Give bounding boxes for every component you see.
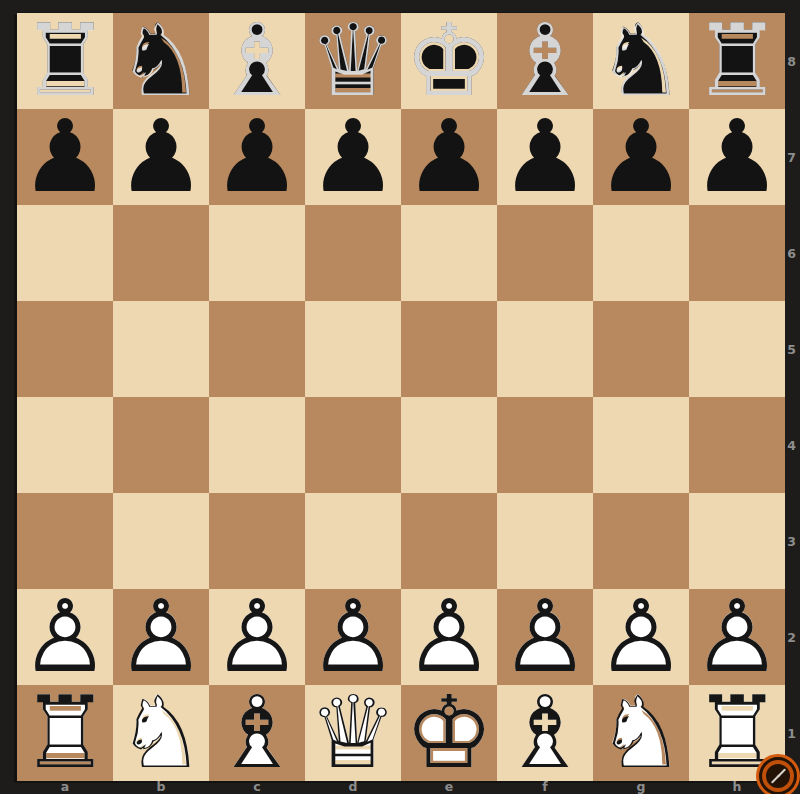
- piece-black-pawn[interactable]: ♟: [497, 109, 593, 205]
- piece-glyph-outline: ♔: [401, 13, 497, 109]
- square-b8[interactable]: ♞♘: [113, 13, 209, 109]
- square-f3[interactable]: [497, 493, 593, 589]
- piece-white-king[interactable]: ♚♔: [401, 685, 497, 781]
- piece-white-pawn[interactable]: ♟♙: [497, 589, 593, 685]
- file-label-b: b: [113, 780, 209, 794]
- piece-glyph-outline: ♖: [17, 685, 113, 781]
- square-d5[interactable]: [305, 301, 401, 397]
- piece-black-pawn[interactable]: ♟: [689, 109, 785, 205]
- page: { "game": "chess", "position": { "fen": …: [0, 0, 800, 794]
- piece-white-bishop[interactable]: ♝♗: [209, 685, 305, 781]
- piece-glyph-outline: ♕: [305, 685, 401, 781]
- piece-glyph-fill: ♟: [305, 109, 401, 205]
- file-label-c: c: [209, 780, 305, 794]
- file-label-g: g: [593, 780, 689, 794]
- rank-label-4: 4: [783, 397, 800, 493]
- rank-label-6: 6: [783, 205, 800, 301]
- square-h2[interactable]: ♟♙: [689, 589, 785, 685]
- piece-white-pawn[interactable]: ♟♙: [209, 589, 305, 685]
- square-f8[interactable]: ♝♗: [497, 13, 593, 109]
- piece-white-queen[interactable]: ♛♕: [305, 685, 401, 781]
- piece-glyph-fill: ♟: [113, 109, 209, 205]
- piece-glyph-outline: ♙: [689, 589, 785, 685]
- rank-coordinates: 87654321: [783, 13, 800, 781]
- piece-glyph-outline: ♙: [497, 589, 593, 685]
- piece-glyph-outline: ♙: [305, 589, 401, 685]
- file-label-f: f: [497, 780, 593, 794]
- piece-white-pawn[interactable]: ♟♙: [401, 589, 497, 685]
- square-f1[interactable]: ♝♗: [497, 685, 593, 781]
- square-a4[interactable]: [17, 397, 113, 493]
- square-c6[interactable]: [209, 205, 305, 301]
- piece-black-bishop[interactable]: ♝♗: [209, 13, 305, 109]
- piece-white-pawn[interactable]: ♟♙: [689, 589, 785, 685]
- square-e7[interactable]: ♟: [401, 109, 497, 205]
- square-d2[interactable]: ♟♙: [305, 589, 401, 685]
- square-e5[interactable]: [401, 301, 497, 397]
- square-d8[interactable]: ♛♕: [305, 13, 401, 109]
- square-g8[interactable]: ♞♘: [593, 13, 689, 109]
- piece-black-pawn[interactable]: ♟: [17, 109, 113, 205]
- piece-black-knight[interactable]: ♞♘: [113, 13, 209, 109]
- piece-glyph-outline: ♖: [689, 13, 785, 109]
- rank-label-7: 7: [783, 109, 800, 205]
- piece-white-knight[interactable]: ♞♘: [113, 685, 209, 781]
- square-d3[interactable]: [305, 493, 401, 589]
- square-g2[interactable]: ♟♙: [593, 589, 689, 685]
- square-b5[interactable]: [113, 301, 209, 397]
- piece-glyph-outline: ♙: [113, 589, 209, 685]
- square-h6[interactable]: [689, 205, 785, 301]
- piece-white-bishop[interactable]: ♝♗: [497, 685, 593, 781]
- piece-white-pawn[interactable]: ♟♙: [593, 589, 689, 685]
- square-b6[interactable]: [113, 205, 209, 301]
- piece-glyph-fill: ♟: [401, 109, 497, 205]
- piece-white-knight[interactable]: ♞♘: [593, 685, 689, 781]
- piece-black-pawn[interactable]: ♟: [113, 109, 209, 205]
- piece-glyph-fill: ♟: [17, 109, 113, 205]
- square-f2[interactable]: ♟♙: [497, 589, 593, 685]
- piece-glyph-outline: ♘: [593, 685, 689, 781]
- piece-white-pawn[interactable]: ♟♙: [113, 589, 209, 685]
- piece-glyph-outline: ♗: [209, 13, 305, 109]
- square-g6[interactable]: [593, 205, 689, 301]
- file-coordinates: abcdefgh: [17, 780, 785, 794]
- piece-glyph-fill: ♟: [497, 109, 593, 205]
- square-e4[interactable]: [401, 397, 497, 493]
- piece-glyph-outline: ♗: [209, 685, 305, 781]
- square-c1[interactable]: ♝♗: [209, 685, 305, 781]
- square-e3[interactable]: [401, 493, 497, 589]
- square-g7[interactable]: ♟: [593, 109, 689, 205]
- file-label-d: d: [305, 780, 401, 794]
- square-b4[interactable]: [113, 397, 209, 493]
- square-a6[interactable]: [17, 205, 113, 301]
- square-b1[interactable]: ♞♘: [113, 685, 209, 781]
- piece-glyph-outline: ♙: [401, 589, 497, 685]
- piece-black-knight[interactable]: ♞♘: [593, 13, 689, 109]
- piece-glyph-outline: ♘: [113, 13, 209, 109]
- square-h8[interactable]: ♜♖: [689, 13, 785, 109]
- piece-white-rook[interactable]: ♜♖: [17, 685, 113, 781]
- piece-glyph-outline: ♕: [305, 13, 401, 109]
- square-e8[interactable]: ♚♔: [401, 13, 497, 109]
- piece-glyph-outline: ♘: [113, 685, 209, 781]
- piece-black-queen[interactable]: ♛♕: [305, 13, 401, 109]
- piece-glyph-outline: ♘: [593, 13, 689, 109]
- piece-glyph-outline: ♗: [497, 13, 593, 109]
- piece-glyph-outline: ♙: [209, 589, 305, 685]
- file-label-a: a: [17, 780, 113, 794]
- square-d1[interactable]: ♛♕: [305, 685, 401, 781]
- piece-black-pawn[interactable]: ♟: [209, 109, 305, 205]
- square-c8[interactable]: ♝♗: [209, 13, 305, 109]
- piece-black-pawn[interactable]: ♟: [593, 109, 689, 205]
- square-d7[interactable]: ♟: [305, 109, 401, 205]
- piece-glyph-outline: ♗: [497, 685, 593, 781]
- piece-black-king[interactable]: ♚♔: [401, 13, 497, 109]
- square-a2[interactable]: ♟♙: [17, 589, 113, 685]
- piece-white-pawn[interactable]: ♟♙: [305, 589, 401, 685]
- square-c5[interactable]: [209, 301, 305, 397]
- square-a7[interactable]: ♟: [17, 109, 113, 205]
- piece-glyph-fill: ♟: [593, 109, 689, 205]
- square-h4[interactable]: [689, 397, 785, 493]
- square-e1[interactable]: ♚♔: [401, 685, 497, 781]
- square-c2[interactable]: ♟♙: [209, 589, 305, 685]
- square-a3[interactable]: [17, 493, 113, 589]
- square-b7[interactable]: ♟: [113, 109, 209, 205]
- piece-glyph-fill: ♟: [689, 109, 785, 205]
- square-h7[interactable]: ♟: [689, 109, 785, 205]
- square-d6[interactable]: [305, 205, 401, 301]
- piece-black-rook[interactable]: ♜♖: [689, 13, 785, 109]
- square-a1[interactable]: ♜♖: [17, 685, 113, 781]
- square-b2[interactable]: ♟♙: [113, 589, 209, 685]
- piece-black-pawn[interactable]: ♟: [401, 109, 497, 205]
- square-a8[interactable]: ♜♖: [17, 13, 113, 109]
- board-resize-handle[interactable]: [756, 754, 800, 794]
- rank-label-8: 8: [783, 13, 800, 109]
- square-e2[interactable]: ♟♙: [401, 589, 497, 685]
- piece-black-bishop[interactable]: ♝♗: [497, 13, 593, 109]
- resize-diagonal-icon: [776, 768, 785, 777]
- piece-glyph-outline: ♙: [593, 589, 689, 685]
- square-a5[interactable]: [17, 301, 113, 397]
- chess-board: ♜♖♞♘♝♗♛♕♚♔♝♗♞♘♜♖♟♟♟♟♟♟♟♟♟♙♟♙♟♙♟♙♟♙♟♙♟♙♟♙…: [17, 13, 785, 781]
- square-g5[interactable]: [593, 301, 689, 397]
- square-c4[interactable]: [209, 397, 305, 493]
- rank-label-5: 5: [783, 301, 800, 397]
- square-f5[interactable]: [497, 301, 593, 397]
- piece-glyph-outline: ♔: [401, 685, 497, 781]
- piece-glyph-fill: ♟: [209, 109, 305, 205]
- piece-glyph-outline: ♙: [17, 589, 113, 685]
- square-h3[interactable]: [689, 493, 785, 589]
- square-c3[interactable]: [209, 493, 305, 589]
- square-g4[interactable]: [593, 397, 689, 493]
- square-f4[interactable]: [497, 397, 593, 493]
- square-h5[interactable]: [689, 301, 785, 397]
- file-label-e: e: [401, 780, 497, 794]
- piece-black-rook[interactable]: ♜♖: [17, 13, 113, 109]
- rank-label-3: 3: [783, 493, 800, 589]
- rank-label-2: 2: [783, 589, 800, 685]
- square-c7[interactable]: ♟: [209, 109, 305, 205]
- square-d4[interactable]: [305, 397, 401, 493]
- piece-white-pawn[interactable]: ♟♙: [17, 589, 113, 685]
- piece-glyph-outline: ♖: [17, 13, 113, 109]
- square-f7[interactable]: ♟: [497, 109, 593, 205]
- square-g1[interactable]: ♞♘: [593, 685, 689, 781]
- piece-black-pawn[interactable]: ♟: [305, 109, 401, 205]
- square-f6[interactable]: [497, 205, 593, 301]
- square-e6[interactable]: [401, 205, 497, 301]
- square-g3[interactable]: [593, 493, 689, 589]
- square-b3[interactable]: [113, 493, 209, 589]
